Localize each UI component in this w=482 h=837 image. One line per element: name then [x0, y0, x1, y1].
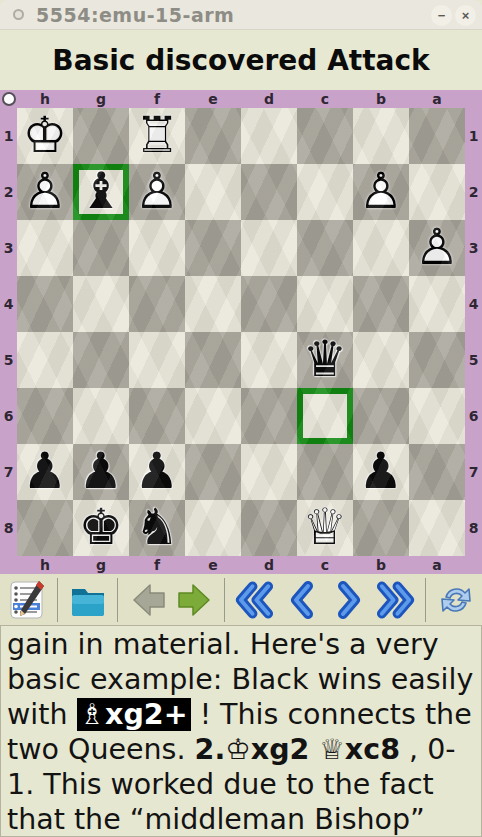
- white-to-move-indicator: [2, 92, 16, 106]
- black-king: ♚: [73, 500, 129, 556]
- square-d5[interactable]: [241, 332, 297, 388]
- file-labels-bottom: hgfedcba: [17, 556, 465, 574]
- annotate-icon[interactable]: [7, 579, 48, 620]
- square-h6[interactable]: [17, 388, 73, 444]
- square-a3[interactable]: ♟♙: [409, 220, 465, 276]
- black-pawn: ♟: [129, 444, 185, 500]
- rank-label-7: 7: [0, 464, 17, 480]
- square-c5[interactable]: ♛: [297, 332, 353, 388]
- square-c4[interactable]: [297, 276, 353, 332]
- square-c1[interactable]: [297, 108, 353, 164]
- black-bishop: ♝: [73, 164, 129, 220]
- piece-glyph: ♝: [73, 164, 129, 220]
- square-d4[interactable]: [241, 276, 297, 332]
- square-g6[interactable]: [73, 388, 129, 444]
- file-label-f: f: [129, 557, 185, 573]
- square-f7[interactable]: ♟: [129, 444, 185, 500]
- square-g3[interactable]: [73, 220, 129, 276]
- square-a2[interactable]: [409, 164, 465, 220]
- rank-label-1: 1: [465, 128, 482, 144]
- rank-label-5: 5: [0, 352, 17, 368]
- black-pawn: ♟: [17, 444, 73, 500]
- white-pawn: ♟♙: [17, 164, 73, 220]
- square-b5[interactable]: [353, 332, 409, 388]
- square-d1[interactable]: [241, 108, 297, 164]
- square-h5[interactable]: [17, 332, 73, 388]
- square-e8[interactable]: [185, 500, 241, 556]
- square-g8[interactable]: ♚: [73, 500, 129, 556]
- square-g5[interactable]: [73, 332, 129, 388]
- file-label-c: c: [297, 557, 353, 573]
- file-label-a: a: [409, 557, 465, 573]
- piece-outline-glyph: ♙: [353, 164, 409, 220]
- piece-outline-glyph: ♙: [409, 220, 465, 276]
- piece-glyph: ♟: [353, 444, 409, 500]
- window-title: 5554:emu-15-arm: [36, 4, 234, 26]
- rank-label-3: 3: [0, 240, 17, 256]
- square-h7[interactable]: ♟: [17, 444, 73, 500]
- square-b6[interactable]: [353, 388, 409, 444]
- square-g2[interactable]: ♝: [73, 164, 129, 220]
- file-label-h: h: [17, 91, 73, 107]
- white-king: ♚♔: [17, 108, 73, 164]
- square-h4[interactable]: [17, 276, 73, 332]
- square-e5[interactable]: [185, 332, 241, 388]
- board-corner: [465, 556, 482, 574]
- toolbar: [0, 574, 482, 625]
- square-e2[interactable]: [185, 164, 241, 220]
- square-c8[interactable]: ♛♕: [297, 500, 353, 556]
- square-e4[interactable]: [185, 276, 241, 332]
- square-c7[interactable]: [297, 444, 353, 500]
- square-a5[interactable]: [409, 332, 465, 388]
- rank-labels-right: 12345678: [465, 108, 482, 556]
- rank-labels-left: 12345678: [0, 108, 17, 556]
- piece-outline-glyph: ♙: [129, 164, 185, 220]
- square-f3[interactable]: [129, 220, 185, 276]
- rank-label-5: 5: [465, 352, 482, 368]
- square-c6[interactable]: [297, 388, 353, 444]
- minimize-button[interactable]: −: [431, 5, 452, 26]
- file-label-g: g: [73, 91, 129, 107]
- toolbar-separator: [57, 578, 58, 622]
- selected-move[interactable]: ♗xg2+: [77, 698, 191, 731]
- square-d7[interactable]: [241, 444, 297, 500]
- rank-label-6: 6: [465, 408, 482, 424]
- piece-glyph: ♛: [297, 332, 353, 388]
- square-h2[interactable]: ♟♙: [17, 164, 73, 220]
- square-a4[interactable]: [409, 276, 465, 332]
- rank-label-7: 7: [465, 464, 482, 480]
- piece-outline-glyph: ♙: [17, 164, 73, 220]
- piece-glyph: ♟: [73, 444, 129, 500]
- square-f6[interactable]: [129, 388, 185, 444]
- rank-label-2: 2: [465, 184, 482, 200]
- go-last-icon[interactable]: [375, 579, 416, 620]
- black-pawn: ♟: [73, 444, 129, 500]
- file-label-b: b: [353, 91, 409, 107]
- go-previous-icon[interactable]: [281, 579, 322, 620]
- square-d8[interactable]: [241, 500, 297, 556]
- square-f4[interactable]: [129, 276, 185, 332]
- square-b2[interactable]: ♟♙: [353, 164, 409, 220]
- square-b8[interactable]: [353, 500, 409, 556]
- file-label-d: d: [241, 557, 297, 573]
- white-pawn: ♟♙: [129, 164, 185, 220]
- square-a7[interactable]: [409, 444, 465, 500]
- white-rook: ♜♖: [129, 108, 185, 164]
- square-e1[interactable]: [185, 108, 241, 164]
- toolbar-separator: [117, 578, 118, 622]
- file-labels-top: hgfedcba: [17, 90, 465, 108]
- square-f1[interactable]: ♜♖: [129, 108, 185, 164]
- square-e6[interactable]: [185, 388, 241, 444]
- go-first-icon[interactable]: [234, 579, 275, 620]
- file-label-g: g: [73, 557, 129, 573]
- go-next-icon[interactable]: [328, 579, 369, 620]
- square-b3[interactable]: [353, 220, 409, 276]
- open-file-icon[interactable]: [67, 579, 108, 620]
- board-corner: [465, 90, 482, 108]
- rank-label-2: 2: [0, 184, 17, 200]
- square-d3[interactable]: [241, 220, 297, 276]
- piece-glyph: ♚: [73, 500, 129, 556]
- square-f8[interactable]: ♞: [129, 500, 185, 556]
- file-label-h: h: [17, 557, 73, 573]
- piece-outline-glyph: ♕: [297, 500, 353, 556]
- piece-glyph: ♞: [129, 500, 185, 556]
- file-label-c: c: [297, 91, 353, 107]
- board-corner: [0, 556, 17, 574]
- rank-label-1: 1: [0, 128, 17, 144]
- square-f5[interactable]: [129, 332, 185, 388]
- square-a8[interactable]: [409, 500, 465, 556]
- square-g7[interactable]: ♟: [73, 444, 129, 500]
- square-h3[interactable]: [17, 220, 73, 276]
- window-icon: [13, 9, 24, 20]
- page-title: Basic discovered Attack: [52, 44, 429, 77]
- rank-label-8: 8: [0, 520, 17, 536]
- square-b4[interactable]: [353, 276, 409, 332]
- square-h1[interactable]: ♚♔: [17, 108, 73, 164]
- square-g1[interactable]: [73, 108, 129, 164]
- window-titlebar[interactable]: 5554:emu-15-arm − ×: [0, 0, 482, 30]
- white-queen: ♛♕: [297, 500, 353, 556]
- white-pawn: ♟♙: [353, 164, 409, 220]
- piece-glyph: ♟: [17, 444, 73, 500]
- black-pawn: ♟: [353, 444, 409, 500]
- forward-arrow-icon[interactable]: [174, 579, 215, 620]
- black-knight: ♞: [129, 500, 185, 556]
- square-f2[interactable]: ♟♙: [129, 164, 185, 220]
- square-h8[interactable]: [17, 500, 73, 556]
- rank-label-4: 4: [465, 296, 482, 312]
- file-label-e: e: [185, 557, 241, 573]
- close-button[interactable]: ×: [455, 5, 476, 26]
- square-b1[interactable]: [353, 108, 409, 164]
- file-label-e: e: [185, 91, 241, 107]
- piece-outline-glyph: ♔: [17, 108, 73, 164]
- board-squares: ♚♔♜♖♟♙♝♟♙♟♙♟♙♛♟♟♟♟♚♞♛♕: [17, 108, 465, 556]
- square-g4[interactable]: [73, 276, 129, 332]
- square-c2[interactable]: [297, 164, 353, 220]
- white-pawn: ♟♙: [409, 220, 465, 276]
- square-e7[interactable]: [185, 444, 241, 500]
- square-b7[interactable]: ♟: [353, 444, 409, 500]
- page-header: Basic discovered Attack: [0, 30, 482, 90]
- piece-glyph: ♟: [129, 444, 185, 500]
- rank-label-6: 6: [0, 408, 17, 424]
- square-a6[interactable]: [409, 388, 465, 444]
- toolbar-separator: [425, 578, 426, 622]
- square-e3[interactable]: [185, 220, 241, 276]
- square-d6[interactable]: [241, 388, 297, 444]
- file-label-a: a: [409, 91, 465, 107]
- file-label-b: b: [353, 557, 409, 573]
- toolbar-separator: [224, 578, 225, 622]
- square-a1[interactable]: [409, 108, 465, 164]
- move-text[interactable]: 2.♔xg2 ♕xc8: [195, 733, 400, 766]
- square-d2[interactable]: [241, 164, 297, 220]
- rank-label-4: 4: [0, 296, 17, 312]
- piece-outline-glyph: ♖: [129, 108, 185, 164]
- rank-label-8: 8: [465, 520, 482, 536]
- commentary-text[interactable]: gain in material. Here's a very basic ex…: [0, 625, 482, 837]
- square-c3[interactable]: [297, 220, 353, 276]
- rank-label-3: 3: [465, 240, 482, 256]
- back-arrow-icon[interactable]: [127, 579, 168, 620]
- chess-board: hgfedcba 12345678 ♚♔♜♖♟♙♝♟♙♟♙♟♙♛♟♟♟♟♚♞♛♕…: [0, 90, 482, 574]
- file-label-d: d: [241, 91, 297, 107]
- reload-icon[interactable]: [435, 579, 476, 620]
- file-label-f: f: [129, 91, 185, 107]
- black-queen: ♛: [297, 332, 353, 388]
